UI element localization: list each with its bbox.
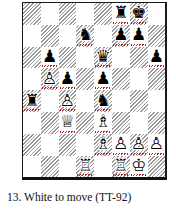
caption: 13. White to move (TT-92) bbox=[7, 191, 131, 203]
black-queen: ♛ bbox=[95, 48, 110, 65]
black-rook: ♜ bbox=[24, 92, 39, 109]
square-h7[interactable] bbox=[148, 25, 166, 47]
piece-underline bbox=[24, 109, 40, 111]
piece-underline bbox=[60, 131, 76, 133]
piece-underline bbox=[149, 153, 165, 155]
square-h4[interactable] bbox=[148, 90, 166, 112]
square-a3[interactable] bbox=[23, 112, 41, 134]
square-a2[interactable] bbox=[23, 134, 41, 156]
piece-underline bbox=[77, 44, 93, 46]
square-a7[interactable] bbox=[23, 25, 41, 47]
square-b6[interactable]: ♟ bbox=[41, 47, 59, 69]
square-f5[interactable] bbox=[112, 68, 130, 90]
white-pawn: ♙ bbox=[60, 92, 75, 109]
square-h1[interactable] bbox=[148, 156, 166, 178]
square-b7[interactable] bbox=[41, 25, 59, 47]
square-c7[interactable] bbox=[59, 25, 77, 47]
black-king: ♚ bbox=[131, 4, 146, 21]
white-pawn: ♙ bbox=[149, 135, 164, 152]
square-g6[interactable] bbox=[130, 47, 148, 69]
square-f7[interactable]: ♟ bbox=[112, 25, 130, 47]
square-c3[interactable]: ♕ bbox=[59, 112, 77, 134]
square-d2[interactable] bbox=[76, 134, 94, 156]
square-c4[interactable]: ♙ bbox=[59, 90, 77, 112]
black-knight: ♞ bbox=[95, 92, 110, 109]
square-e7[interactable] bbox=[94, 25, 112, 47]
square-b1[interactable] bbox=[41, 156, 59, 178]
square-b4[interactable] bbox=[41, 90, 59, 112]
square-g4[interactable] bbox=[130, 90, 148, 112]
square-b8[interactable] bbox=[41, 3, 59, 25]
black-pawn: ♟ bbox=[60, 70, 75, 87]
piece-underline bbox=[113, 174, 129, 176]
black-rook: ♜ bbox=[113, 4, 128, 21]
square-g1[interactable]: ♔ bbox=[130, 156, 148, 178]
white-rook: ♖ bbox=[113, 157, 128, 174]
square-f1[interactable]: ♖ bbox=[112, 156, 130, 178]
square-f3[interactable] bbox=[112, 112, 130, 134]
piece-underline bbox=[149, 65, 165, 67]
square-h2[interactable]: ♙ bbox=[148, 134, 166, 156]
square-e2[interactable]: ♗ bbox=[94, 134, 112, 156]
square-f8[interactable]: ♜ bbox=[112, 3, 130, 25]
square-c1[interactable] bbox=[59, 156, 77, 178]
square-a4[interactable]: ♜ bbox=[23, 90, 41, 112]
piece-underline bbox=[131, 174, 147, 176]
square-c5[interactable]: ♟ bbox=[59, 68, 77, 90]
white-bishop: ♗ bbox=[95, 113, 110, 130]
square-h6[interactable]: ♟ bbox=[148, 47, 166, 69]
piece-underline bbox=[113, 44, 129, 46]
square-c2[interactable] bbox=[59, 134, 77, 156]
black-pawn: ♟ bbox=[131, 26, 146, 43]
white-pawn: ♙ bbox=[131, 135, 146, 152]
square-g5[interactable] bbox=[130, 68, 148, 90]
square-g7[interactable]: ♟ bbox=[130, 25, 148, 47]
piece-underline bbox=[77, 174, 93, 176]
black-pawn: ♟ bbox=[95, 70, 110, 87]
square-d5[interactable] bbox=[76, 68, 94, 90]
square-g2[interactable]: ♙ bbox=[130, 134, 148, 156]
square-d8[interactable] bbox=[76, 3, 94, 25]
square-e4[interactable]: ♞ bbox=[94, 90, 112, 112]
square-a1[interactable] bbox=[23, 156, 41, 178]
square-h5[interactable] bbox=[148, 68, 166, 90]
square-a6[interactable] bbox=[23, 47, 41, 69]
square-b5[interactable]: ♙ bbox=[41, 68, 59, 90]
square-g8[interactable]: ♚ bbox=[130, 3, 148, 25]
square-e6[interactable]: ♛ bbox=[94, 47, 112, 69]
square-d3[interactable] bbox=[76, 112, 94, 134]
white-king: ♔ bbox=[131, 157, 146, 174]
white-bishop: ♗ bbox=[95, 135, 110, 152]
black-pawn: ♟ bbox=[149, 48, 164, 65]
square-e1[interactable] bbox=[94, 156, 112, 178]
square-c6[interactable] bbox=[59, 47, 77, 69]
square-e5[interactable]: ♟ bbox=[94, 68, 112, 90]
square-b3[interactable] bbox=[41, 112, 59, 134]
white-rook: ♖ bbox=[78, 157, 93, 174]
black-pawn: ♟ bbox=[113, 26, 128, 43]
square-g3[interactable] bbox=[130, 112, 148, 134]
piece-underline bbox=[131, 44, 147, 46]
white-pawn: ♙ bbox=[113, 135, 128, 152]
square-h8[interactable] bbox=[148, 3, 166, 25]
black-knight: ♞ bbox=[78, 26, 93, 43]
square-d1[interactable]: ♖ bbox=[76, 156, 94, 178]
square-a5[interactable] bbox=[23, 68, 41, 90]
square-h3[interactable] bbox=[148, 112, 166, 134]
square-f4[interactable] bbox=[112, 90, 130, 112]
square-f6[interactable] bbox=[112, 47, 130, 69]
diagram-canvas: ♜♚♞♟♟♟♛♟♙♟♟♜♙♞♕♗♗♙♙♙♖♖♔ 13. White to mov… bbox=[0, 0, 176, 213]
square-a8[interactable] bbox=[23, 3, 41, 25]
chess-board: ♜♚♞♟♟♟♛♟♙♟♟♜♙♞♕♗♗♙♙♙♖♖♔ bbox=[22, 2, 167, 180]
square-c8[interactable] bbox=[59, 3, 77, 25]
square-e8[interactable] bbox=[94, 3, 112, 25]
square-d4[interactable] bbox=[76, 90, 94, 112]
piece-underline bbox=[42, 87, 58, 89]
white-pawn: ♙ bbox=[42, 70, 57, 87]
piece-underline bbox=[95, 153, 111, 155]
square-d7[interactable]: ♞ bbox=[76, 25, 94, 47]
square-e3[interactable]: ♗ bbox=[94, 112, 112, 134]
black-pawn: ♟ bbox=[42, 48, 57, 65]
square-f2[interactable]: ♙ bbox=[112, 134, 130, 156]
square-d6[interactable] bbox=[76, 47, 94, 69]
white-queen: ♕ bbox=[60, 113, 75, 130]
square-b2[interactable] bbox=[41, 134, 59, 156]
